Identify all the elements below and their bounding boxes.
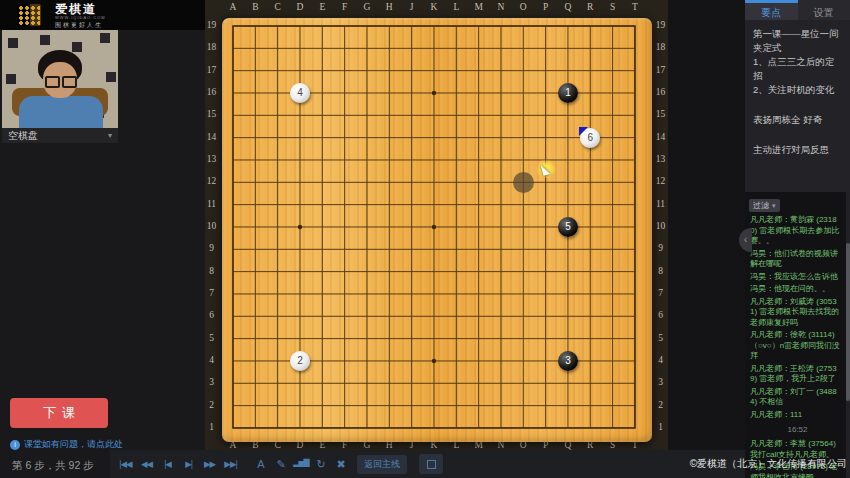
move-counter: 第 6 步，共 92 步 — [12, 459, 94, 473]
chat-message: 凡凡老师：111 — [745, 409, 850, 422]
coord-col-top: J — [404, 2, 420, 12]
instructor-glasses — [45, 76, 60, 88]
brand-logo-icon — [17, 4, 41, 26]
chat-message: 凡凡老师：王松涛 (27539) 雷老师，我升上2段了 — [745, 363, 850, 386]
coord-row-left: 4 — [205, 355, 218, 365]
coord-col-top: F — [337, 2, 353, 12]
lesson-note-line: 表扬周栋全 好奇 — [753, 113, 842, 127]
coord-row-left: 17 — [205, 65, 218, 75]
board-select-dropdown[interactable]: 空棋盘 ▾ — [2, 128, 118, 143]
coord-row-left: 8 — [205, 266, 218, 276]
tab-key-points[interactable]: 要点 — [745, 0, 798, 20]
coord-row-right: 17 — [654, 65, 667, 75]
lesson-note-line: 主动进行对局反思 — [753, 143, 842, 157]
coord-row-right: 5 — [654, 333, 667, 343]
help-text: 课堂如有问题，请点此处 — [24, 438, 123, 451]
chevron-down-icon: ▾ — [108, 131, 112, 140]
coord-row-left: 12 — [205, 176, 218, 186]
nav-forward-button[interactable]: ▶| — [178, 459, 199, 469]
coord-row-left: 3 — [205, 377, 218, 387]
coord-row-right: 16 — [654, 87, 667, 97]
coord-row-left: 1 — [205, 422, 218, 432]
brand-name: 爱棋道 — [55, 3, 106, 15]
coord-row-right: 2 — [654, 400, 667, 410]
stone-white-4: 4 — [290, 83, 310, 103]
draw-pen-button[interactable]: ✎ — [271, 458, 291, 471]
coord-row-left: 7 — [205, 288, 218, 298]
coord-row-left: 6 — [205, 310, 218, 320]
coord-col-top: T — [627, 2, 643, 12]
nav-forward-fast-button[interactable]: ▶▶ — [199, 459, 220, 469]
scrollbar-thumb[interactable] — [846, 243, 850, 400]
chat-message: 凡凡老师：刘丁一 (34884) 不相信 — [745, 386, 850, 409]
stone-black-1: 1 — [558, 83, 578, 103]
nav-last-button[interactable]: ▶▶| — [220, 459, 241, 469]
coord-col-top: L — [448, 2, 464, 12]
brand-slogan: 围棋更好人生 — [55, 22, 106, 28]
nav-back-button[interactable]: |◀ — [157, 459, 178, 469]
coord-row-right: 19 — [654, 20, 667, 30]
collapse-panel-handle[interactable]: ‹ — [739, 228, 752, 252]
chat-filter-dropdown[interactable]: 过滤 ▾ — [749, 199, 780, 212]
coord-row-left: 14 — [205, 132, 218, 142]
coord-col-top: P — [538, 2, 554, 12]
left-sidebar: 爱棋道 WWW.IQIDAO.COM 围棋更好人生 空棋盘 ▾ 下课 i 课堂如… — [0, 0, 205, 478]
coord-row-left: 18 — [205, 42, 218, 52]
instructor-video — [2, 30, 118, 128]
chat-scrollbar[interactable] — [846, 192, 850, 478]
coord-row-right: 4 — [654, 355, 667, 365]
lesson-note-line: 第一课——星位一间夹定式 — [753, 27, 842, 55]
coord-row-right: 9 — [654, 243, 667, 253]
brand-header: 爱棋道 WWW.IQIDAO.COM 围棋更好人生 — [0, 0, 205, 30]
text-label-button[interactable]: A — [251, 458, 271, 471]
coord-row-left: 16 — [205, 87, 218, 97]
coord-col-top: D — [292, 2, 308, 12]
bottom-toolbar: |◀◀◀◀|◀▶|▶▶▶▶| A✎▂▅▇↻✖ 返回主线 — [110, 450, 750, 478]
chat-timestamp: 16:52 — [745, 425, 850, 434]
coord-row-right: 11 — [654, 199, 667, 209]
chart-button[interactable]: ▂▅▇ — [291, 458, 311, 471]
lesson-notes: 第一课——星位一间夹定式1、点三三之后的定招2、关注时机的变化表扬周栋全 好奇主… — [745, 20, 850, 192]
clear-marks-button[interactable]: ✖ — [331, 458, 351, 471]
lesson-note-line: 1、点三三之后的定招 — [753, 55, 842, 83]
info-icon: i — [10, 440, 20, 450]
coord-col-top: C — [270, 2, 286, 12]
nav-button-group: |◀◀◀◀|◀▶|▶▶▶▶| — [115, 459, 241, 469]
last-move-marker-icon — [579, 127, 588, 136]
dismiss-class-button[interactable]: 下课 — [10, 398, 108, 428]
chat-panel: 过滤 ▾ 凡凡老师：黄韵霖 (23180) 雷老师根长期去参加比赛。。冯昊：他们… — [745, 192, 850, 478]
coord-row-left: 19 — [205, 20, 218, 30]
instructor-body — [19, 96, 103, 128]
coord-col-top: O — [515, 2, 531, 12]
coord-row-left: 5 — [205, 333, 218, 343]
coord-col-top: E — [314, 2, 330, 12]
stone-black-3: 3 — [558, 351, 578, 371]
stones-layer: 123456 — [222, 18, 652, 442]
rotate-button[interactable]: ↻ — [311, 458, 331, 471]
fullscreen-icon — [427, 460, 436, 469]
tool-button-group: A✎▂▅▇↻✖ — [251, 458, 351, 471]
ghost-stone — [513, 172, 534, 193]
video-background-pattern — [8, 38, 18, 48]
coord-col-top: Q — [560, 2, 576, 12]
chat-message: 凡凡老师：徐乾 (31114)（○v○）n雷老师同我们没拜 — [745, 329, 850, 363]
return-mainline-button[interactable]: 返回主线 — [357, 455, 407, 474]
stone-black-5: 5 — [558, 217, 578, 237]
chat-message: 冯昊：我应该怎么告诉他 — [745, 271, 850, 284]
mouse-cursor — [536, 159, 556, 179]
coord-row-right: 18 — [654, 42, 667, 52]
chat-message: 冯昊：他现在问的。。 — [745, 283, 850, 296]
chat-message-list: 凡凡老师：黄韵霖 (23180) 雷老师根长期去参加比赛。。冯昊：他们试卷的视频… — [745, 214, 850, 478]
coord-row-right: 10 — [654, 221, 667, 231]
coord-row-right: 1 — [654, 422, 667, 432]
right-sidebar: 要点 设置 第一课——星位一间夹定式1、点三三之后的定招2、关注时机的变化表扬周… — [745, 0, 850, 478]
nav-first-button[interactable]: |◀◀ — [115, 459, 136, 469]
copyright-watermark: ©爱棋道（北京）文化传播有限公司 — [690, 457, 847, 471]
chat-message: 冯昊：他们试卷的视频讲解在哪呢 — [745, 248, 850, 271]
board-select-label: 空棋盘 — [8, 129, 38, 143]
coord-row-right: 15 — [654, 109, 667, 119]
coord-col-top: M — [471, 2, 487, 12]
chat-message: 凡凡老师：刘威涛 (30531) 雷老师根长期去找我的老师康复好吗 — [745, 296, 850, 330]
chat-filter-label: 过滤 — [753, 200, 769, 211]
right-panel-tabs: 要点 设置 — [745, 0, 850, 20]
coord-col-top: S — [605, 2, 621, 12]
coord-col-top: N — [493, 2, 509, 12]
go-board[interactable]: 123456 — [222, 18, 652, 442]
go-board-area: AABBCCDDEEFFGGHHJJKKLLMMNNOOPPQQRRSSTT19… — [205, 0, 668, 450]
coord-row-right: 7 — [654, 288, 667, 298]
brand-url: WWW.IQIDAO.COM — [55, 16, 106, 20]
coord-col-top: B — [247, 2, 263, 12]
coord-col-top: R — [582, 2, 598, 12]
coord-row-left: 15 — [205, 109, 218, 119]
instructor-glasses — [62, 76, 77, 88]
coord-row-left: 2 — [205, 400, 218, 410]
coord-row-left: 11 — [205, 199, 218, 209]
coord-col-top: G — [359, 2, 375, 12]
brand-text: 爱棋道 WWW.IQIDAO.COM 围棋更好人生 — [55, 3, 106, 28]
coord-row-right: 12 — [654, 176, 667, 186]
coord-col-top: A — [225, 2, 241, 12]
stone-white-6: 6 — [580, 128, 600, 148]
coord-col-top: K — [426, 2, 442, 12]
fullscreen-button[interactable] — [419, 454, 443, 474]
help-link[interactable]: i 课堂如有问题，请点此处 — [10, 438, 123, 451]
coord-row-right: 3 — [654, 377, 667, 387]
coord-row-left: 13 — [205, 154, 218, 164]
nav-back-fast-button[interactable]: ◀◀ — [136, 459, 157, 469]
tab-settings[interactable]: 设置 — [798, 0, 850, 20]
coord-row-right: 8 — [654, 266, 667, 276]
coord-row-left: 10 — [205, 221, 218, 231]
coord-row-right: 14 — [654, 132, 667, 142]
coord-row-right: 6 — [654, 310, 667, 320]
coord-row-left: 9 — [205, 243, 218, 253]
chevron-down-icon: ▾ — [772, 202, 776, 210]
lesson-note-line: 2、关注时机的变化 — [753, 83, 842, 97]
coord-row-right: 13 — [654, 154, 667, 164]
stone-white-2: 2 — [290, 351, 310, 371]
app-window: { "game": "go", "position": { "board_siz… — [0, 0, 850, 478]
coord-col-top: H — [381, 2, 397, 12]
chat-message: 凡凡老师：黄韵霖 (23180) 雷老师根长期去参加比赛。。 — [745, 214, 850, 248]
